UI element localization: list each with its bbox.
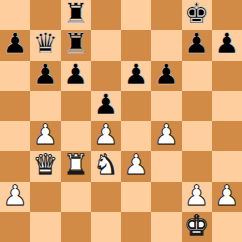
square-a2[interactable]: ♟	[0, 182, 30, 212]
square-b8[interactable]	[30, 0, 60, 30]
piece-black-pawn: ♟	[93, 91, 118, 119]
square-c3[interactable]: ♜	[61, 151, 91, 181]
square-a8[interactable]	[0, 0, 30, 30]
square-b2[interactable]	[30, 182, 60, 212]
square-c5[interactable]	[61, 91, 91, 121]
square-f6[interactable]: ♟	[151, 61, 181, 91]
piece-black-queen: ♛	[33, 30, 58, 58]
square-b3[interactable]: ♛	[30, 151, 60, 181]
square-c6[interactable]: ♟	[61, 61, 91, 91]
piece-black-rook: ♜	[63, 0, 88, 28]
square-d4[interactable]: ♟	[91, 121, 121, 151]
square-f2[interactable]	[151, 182, 181, 212]
square-a6[interactable]	[0, 61, 30, 91]
square-d5[interactable]: ♟	[91, 91, 121, 121]
piece-white-pawn: ♟	[93, 121, 118, 149]
piece-white-rook: ♜	[63, 151, 88, 179]
square-f1[interactable]	[151, 212, 181, 242]
square-b6[interactable]: ♟	[30, 61, 60, 91]
chess-board: ♜♚♟♛♜♟♟♟♟♟♟♟♟♟♟♛♜♞♟♟♟♟♚	[0, 0, 242, 242]
square-g8[interactable]: ♚	[182, 0, 212, 30]
square-d6[interactable]	[91, 61, 121, 91]
square-f4[interactable]: ♟	[151, 121, 181, 151]
piece-black-king: ♚	[184, 0, 209, 28]
piece-white-pawn: ♟	[154, 121, 179, 149]
square-e2[interactable]	[121, 182, 151, 212]
square-d8[interactable]	[91, 0, 121, 30]
square-c1[interactable]	[61, 212, 91, 242]
square-a1[interactable]	[0, 212, 30, 242]
square-g2[interactable]: ♟	[182, 182, 212, 212]
square-f5[interactable]	[151, 91, 181, 121]
square-h3[interactable]	[212, 151, 242, 181]
square-h5[interactable]	[212, 91, 242, 121]
square-c4[interactable]	[61, 121, 91, 151]
square-g3[interactable]	[182, 151, 212, 181]
piece-black-pawn: ♟	[3, 30, 28, 58]
piece-white-king: ♚	[184, 212, 209, 240]
piece-white-pawn: ♟	[214, 182, 239, 210]
square-e4[interactable]	[121, 121, 151, 151]
square-c2[interactable]	[61, 182, 91, 212]
square-f8[interactable]	[151, 0, 181, 30]
square-e7[interactable]	[121, 30, 151, 60]
square-g5[interactable]	[182, 91, 212, 121]
square-e1[interactable]	[121, 212, 151, 242]
square-g4[interactable]	[182, 121, 212, 151]
piece-black-pawn: ♟	[63, 61, 88, 89]
square-b4[interactable]: ♟	[30, 121, 60, 151]
piece-white-pawn: ♟	[124, 151, 149, 179]
piece-white-pawn: ♟	[3, 182, 28, 210]
square-a7[interactable]: ♟	[0, 30, 30, 60]
square-h1[interactable]	[212, 212, 242, 242]
piece-black-pawn: ♟	[124, 61, 149, 89]
piece-black-pawn: ♟	[33, 61, 58, 89]
square-d2[interactable]	[91, 182, 121, 212]
square-e6[interactable]: ♟	[121, 61, 151, 91]
square-f3[interactable]	[151, 151, 181, 181]
square-h7[interactable]: ♟	[212, 30, 242, 60]
square-g7[interactable]: ♟	[182, 30, 212, 60]
square-d7[interactable]	[91, 30, 121, 60]
piece-black-pawn: ♟	[214, 30, 239, 58]
square-a4[interactable]	[0, 121, 30, 151]
square-e8[interactable]	[121, 0, 151, 30]
square-g6[interactable]	[182, 61, 212, 91]
square-c8[interactable]: ♜	[61, 0, 91, 30]
piece-white-knight: ♞	[93, 151, 118, 179]
square-f7[interactable]	[151, 30, 181, 60]
square-a5[interactable]	[0, 91, 30, 121]
piece-white-pawn: ♟	[184, 182, 209, 210]
piece-black-pawn: ♟	[154, 61, 179, 89]
piece-black-pawn: ♟	[184, 30, 209, 58]
piece-black-rook: ♜	[63, 30, 88, 58]
piece-white-pawn: ♟	[33, 121, 58, 149]
square-h4[interactable]	[212, 121, 242, 151]
square-h2[interactable]: ♟	[212, 182, 242, 212]
piece-white-queen: ♛	[33, 151, 58, 179]
square-e5[interactable]	[121, 91, 151, 121]
square-h8[interactable]	[212, 0, 242, 30]
square-a3[interactable]	[0, 151, 30, 181]
square-c7[interactable]: ♜	[61, 30, 91, 60]
square-b1[interactable]	[30, 212, 60, 242]
square-d1[interactable]	[91, 212, 121, 242]
square-b5[interactable]	[30, 91, 60, 121]
square-g1[interactable]: ♚	[182, 212, 212, 242]
square-e3[interactable]: ♟	[121, 151, 151, 181]
square-h6[interactable]	[212, 61, 242, 91]
square-b7[interactable]: ♛	[30, 30, 60, 60]
square-d3[interactable]: ♞	[91, 151, 121, 181]
